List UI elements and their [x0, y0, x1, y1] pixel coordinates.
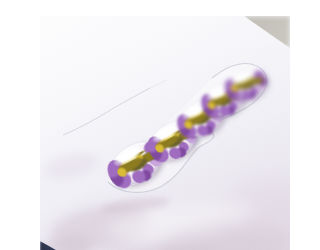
flower-nail-5 — [222, 65, 270, 105]
flower-nail-set — [40, 16, 290, 250]
nail-art-product-photo — [40, 16, 290, 250]
